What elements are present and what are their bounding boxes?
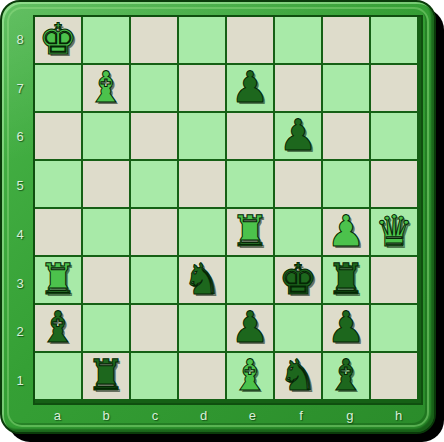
square-c2[interactable] bbox=[131, 305, 177, 351]
black-knight-f1[interactable]: ♞ bbox=[279, 352, 318, 398]
black-pawn-e2[interactable]: ♟ bbox=[231, 304, 270, 350]
square-h8[interactable] bbox=[371, 17, 417, 63]
square-c4[interactable] bbox=[131, 209, 177, 255]
black-pawn-e7[interactable]: ♟ bbox=[231, 64, 270, 110]
square-d3[interactable]: ♞ bbox=[179, 257, 225, 303]
square-a4[interactable] bbox=[35, 209, 81, 255]
square-f7[interactable] bbox=[275, 65, 321, 111]
square-d1[interactable] bbox=[179, 353, 225, 399]
black-pawn-g2[interactable]: ♟ bbox=[327, 304, 366, 350]
black-king-f3[interactable]: ♚ bbox=[279, 256, 318, 302]
square-d6[interactable] bbox=[179, 113, 225, 159]
square-f5[interactable] bbox=[275, 161, 321, 207]
board[interactable]: ♚♝♟♟♜♟♛♜♞♚♜♝♟♟♜♝♞♝ bbox=[33, 15, 423, 405]
white-king-a8[interactable]: ♚ bbox=[39, 16, 78, 62]
rank-label-7: 7 bbox=[7, 64, 33, 113]
square-g8[interactable] bbox=[323, 17, 369, 63]
black-bishop-a2[interactable]: ♝ bbox=[39, 304, 78, 350]
square-a8[interactable]: ♚ bbox=[35, 17, 81, 63]
black-pawn-f6[interactable]: ♟ bbox=[279, 112, 318, 158]
white-bishop-b7[interactable]: ♝ bbox=[87, 64, 126, 110]
square-b3[interactable] bbox=[83, 257, 129, 303]
square-h5[interactable] bbox=[371, 161, 417, 207]
file-label-h: h bbox=[374, 405, 423, 425]
square-a3[interactable]: ♜ bbox=[35, 257, 81, 303]
square-h6[interactable] bbox=[371, 113, 417, 159]
square-d2[interactable] bbox=[179, 305, 225, 351]
rank-label-6: 6 bbox=[7, 113, 33, 162]
white-queen-h4[interactable]: ♛ bbox=[375, 208, 414, 254]
square-b1[interactable]: ♜ bbox=[83, 353, 129, 399]
square-e7[interactable]: ♟ bbox=[227, 65, 273, 111]
white-rook-e4[interactable]: ♜ bbox=[231, 208, 270, 254]
square-a6[interactable] bbox=[35, 113, 81, 159]
rank-labels: 87654321 bbox=[7, 15, 33, 405]
file-label-d: d bbox=[179, 405, 228, 425]
square-e4[interactable]: ♜ bbox=[227, 209, 273, 255]
square-b2[interactable] bbox=[83, 305, 129, 351]
square-h4[interactable]: ♛ bbox=[371, 209, 417, 255]
square-b4[interactable] bbox=[83, 209, 129, 255]
black-knight-d3[interactable]: ♞ bbox=[183, 256, 222, 302]
square-e3[interactable] bbox=[227, 257, 273, 303]
square-h1[interactable] bbox=[371, 353, 417, 399]
rank-label-3: 3 bbox=[7, 259, 33, 308]
square-d7[interactable] bbox=[179, 65, 225, 111]
square-f6[interactable]: ♟ bbox=[275, 113, 321, 159]
square-h2[interactable] bbox=[371, 305, 417, 351]
rank-label-4: 4 bbox=[7, 210, 33, 259]
board-area: 87654321 ♚♝♟♟♜♟♛♜♞♚♜♝♟♟♜♝♞♝ abcdefgh bbox=[7, 15, 423, 425]
square-c6[interactable] bbox=[131, 113, 177, 159]
square-f4[interactable] bbox=[275, 209, 321, 255]
file-label-b: b bbox=[82, 405, 131, 425]
square-c8[interactable] bbox=[131, 17, 177, 63]
square-b7[interactable]: ♝ bbox=[83, 65, 129, 111]
rank-label-1: 1 bbox=[7, 356, 33, 405]
file-label-c: c bbox=[131, 405, 180, 425]
file-label-e: e bbox=[228, 405, 277, 425]
square-f2[interactable] bbox=[275, 305, 321, 351]
square-a7[interactable] bbox=[35, 65, 81, 111]
square-b5[interactable] bbox=[83, 161, 129, 207]
square-c7[interactable] bbox=[131, 65, 177, 111]
rank-label-8: 8 bbox=[7, 15, 33, 64]
square-c5[interactable] bbox=[131, 161, 177, 207]
square-g4[interactable]: ♟ bbox=[323, 209, 369, 255]
square-a2[interactable]: ♝ bbox=[35, 305, 81, 351]
rank-label-5: 5 bbox=[7, 161, 33, 210]
file-labels: abcdefgh bbox=[33, 405, 423, 425]
square-e2[interactable]: ♟ bbox=[227, 305, 273, 351]
white-bishop-e1[interactable]: ♝ bbox=[231, 352, 270, 398]
file-label-f: f bbox=[277, 405, 326, 425]
square-a5[interactable] bbox=[35, 161, 81, 207]
square-a1[interactable] bbox=[35, 353, 81, 399]
square-d4[interactable] bbox=[179, 209, 225, 255]
square-d8[interactable] bbox=[179, 17, 225, 63]
square-g3[interactable]: ♜ bbox=[323, 257, 369, 303]
white-pawn-g4[interactable]: ♟ bbox=[327, 208, 366, 254]
square-b6[interactable] bbox=[83, 113, 129, 159]
square-c1[interactable] bbox=[131, 353, 177, 399]
rank-label-2: 2 bbox=[7, 308, 33, 357]
black-rook-g3[interactable]: ♜ bbox=[327, 256, 366, 302]
square-c3[interactable] bbox=[131, 257, 177, 303]
black-bishop-g1[interactable]: ♝ bbox=[327, 352, 366, 398]
square-g5[interactable] bbox=[323, 161, 369, 207]
square-h3[interactable] bbox=[371, 257, 417, 303]
square-g1[interactable]: ♝ bbox=[323, 353, 369, 399]
square-b8[interactable] bbox=[83, 17, 129, 63]
square-e6[interactable] bbox=[227, 113, 273, 159]
file-label-a: a bbox=[33, 405, 82, 425]
board-frame: 87654321 ♚♝♟♟♜♟♛♜♞♚♜♝♟♟♜♝♞♝ abcdefgh bbox=[0, 0, 436, 434]
square-g2[interactable]: ♟ bbox=[323, 305, 369, 351]
black-rook-b1[interactable]: ♜ bbox=[87, 352, 126, 398]
white-rook-a3[interactable]: ♜ bbox=[39, 256, 78, 302]
square-g7[interactable] bbox=[323, 65, 369, 111]
square-e1[interactable]: ♝ bbox=[227, 353, 273, 399]
square-f8[interactable] bbox=[275, 17, 321, 63]
square-f3[interactable]: ♚ bbox=[275, 257, 321, 303]
square-d5[interactable] bbox=[179, 161, 225, 207]
square-f1[interactable]: ♞ bbox=[275, 353, 321, 399]
chess-app-window: 87654321 ♚♝♟♟♜♟♛♜♞♚♜♝♟♟♜♝♞♝ abcdefgh bbox=[0, 0, 444, 442]
square-e8[interactable] bbox=[227, 17, 273, 63]
square-e5[interactable] bbox=[227, 161, 273, 207]
square-h7[interactable] bbox=[371, 65, 417, 111]
square-g6[interactable] bbox=[323, 113, 369, 159]
file-label-g: g bbox=[326, 405, 375, 425]
